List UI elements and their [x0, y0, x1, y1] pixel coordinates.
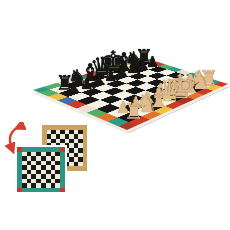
product-photo: ♜♞♝♛♚♝♞♜♟♟♟♟♟♟♟♟♟♟♟♟♟♟♟♟♜♞♝♛♚♝♞♜	[0, 0, 230, 230]
mini-border-tile	[60, 188, 65, 193]
flip-arrow-icon	[4, 122, 26, 156]
chess-board	[33, 57, 228, 130]
mini-border-tile	[83, 166, 88, 171]
